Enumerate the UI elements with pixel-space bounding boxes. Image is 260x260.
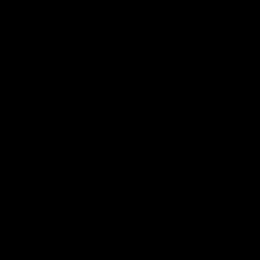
chess-board-grid: [4, 4, 256, 256]
chess-board: [0, 0, 260, 260]
